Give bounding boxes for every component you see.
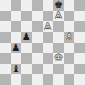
square-f6[interactable] — [53, 21, 64, 32]
square-e4[interactable] — [43, 43, 54, 54]
square-h3[interactable] — [74, 53, 85, 64]
square-h8[interactable] — [74, 0, 85, 11]
square-f7[interactable]: ♙ — [53, 11, 64, 22]
square-f1[interactable] — [53, 74, 64, 85]
square-g6[interactable] — [64, 21, 75, 32]
square-c5[interactable]: ♟ — [21, 32, 32, 43]
square-b6[interactable] — [11, 21, 22, 32]
square-g2[interactable] — [64, 64, 75, 75]
square-e1[interactable] — [43, 74, 54, 85]
square-c6[interactable] — [21, 21, 32, 32]
square-a3[interactable] — [0, 53, 11, 64]
square-g5[interactable]: ♗ — [64, 32, 75, 43]
square-g7[interactable] — [64, 11, 75, 22]
square-e3[interactable] — [43, 53, 54, 64]
square-d6[interactable] — [32, 21, 43, 32]
square-b8[interactable] — [11, 0, 22, 11]
square-h5[interactable] — [74, 32, 85, 43]
square-a7[interactable] — [0, 11, 11, 22]
square-f4[interactable] — [53, 43, 64, 54]
square-c3[interactable] — [21, 53, 32, 64]
square-b4[interactable]: ♟ — [11, 43, 22, 54]
square-h6[interactable] — [74, 21, 85, 32]
square-c4[interactable] — [21, 43, 32, 54]
chess-board: ♚♙♙♟♗♟♔♝ — [0, 0, 85, 85]
square-a4[interactable] — [0, 43, 11, 54]
square-e6[interactable]: ♙ — [43, 21, 54, 32]
square-d2[interactable] — [32, 64, 43, 75]
square-c8[interactable] — [21, 0, 32, 11]
square-g4[interactable] — [64, 43, 75, 54]
square-d1[interactable] — [32, 74, 43, 85]
square-d8[interactable] — [32, 0, 43, 11]
square-h4[interactable] — [74, 43, 85, 54]
square-h7[interactable] — [74, 11, 85, 22]
square-g8[interactable] — [64, 0, 75, 11]
square-f2[interactable] — [53, 64, 64, 75]
white-bishop-g5: ♗ — [65, 32, 74, 42]
square-b2[interactable]: ♝ — [11, 64, 22, 75]
square-e7[interactable] — [43, 11, 54, 22]
square-e8[interactable] — [43, 0, 54, 11]
square-d7[interactable] — [32, 11, 43, 22]
square-f8[interactable]: ♚ — [53, 0, 64, 11]
black-king-f8: ♚ — [54, 0, 63, 10]
square-a1[interactable] — [0, 74, 11, 85]
square-b1[interactable] — [11, 74, 22, 85]
square-g1[interactable] — [64, 74, 75, 85]
square-d4[interactable] — [32, 43, 43, 54]
square-d3[interactable] — [32, 53, 43, 64]
square-h2[interactable] — [74, 64, 85, 75]
square-h1[interactable] — [74, 74, 85, 85]
square-c2[interactable] — [21, 64, 32, 75]
square-c7[interactable] — [21, 11, 32, 22]
white-pawn-e6: ♙ — [43, 21, 52, 31]
square-b3[interactable] — [11, 53, 22, 64]
black-bishop-b2: ♝ — [11, 64, 20, 74]
square-b7[interactable] — [11, 11, 22, 22]
square-a6[interactable] — [0, 21, 11, 32]
square-a5[interactable] — [0, 32, 11, 43]
black-pawn-b4: ♟ — [11, 43, 20, 53]
square-d5[interactable] — [32, 32, 43, 43]
square-f3[interactable]: ♔ — [53, 53, 64, 64]
square-a8[interactable] — [0, 0, 11, 11]
square-c1[interactable] — [21, 74, 32, 85]
black-pawn-c5: ♟ — [22, 32, 31, 42]
square-e2[interactable] — [43, 64, 54, 75]
square-a2[interactable] — [0, 64, 11, 75]
square-e5[interactable] — [43, 32, 54, 43]
square-b5[interactable] — [11, 32, 22, 43]
square-f5[interactable] — [53, 32, 64, 43]
square-g3[interactable] — [64, 53, 75, 64]
white-pawn-f7: ♙ — [54, 11, 63, 21]
white-king-f3: ♔ — [54, 53, 63, 63]
